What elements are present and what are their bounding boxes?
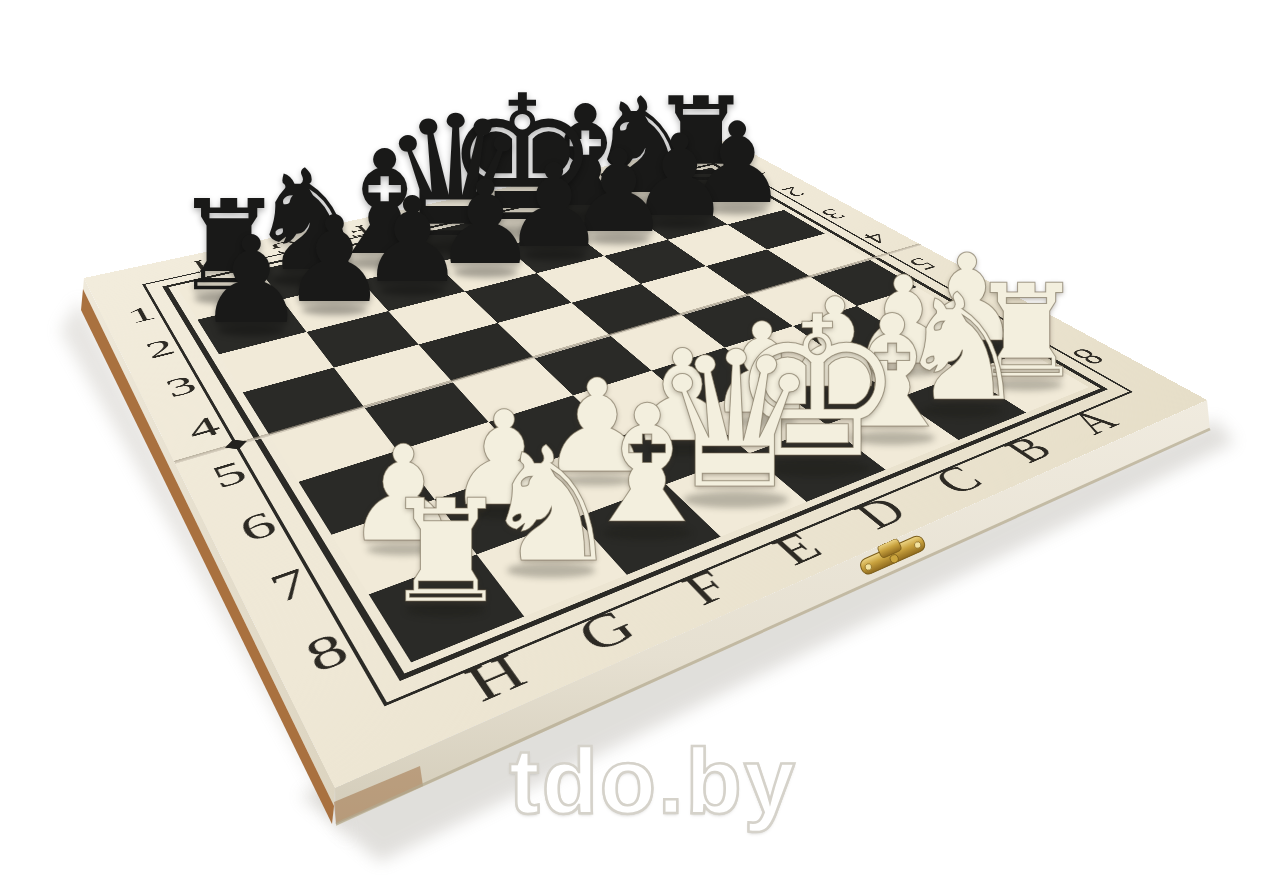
coord-label-A: A (648, 156, 686, 172)
coord-label-1: 1 (123, 301, 160, 329)
coord-label-F: F (671, 561, 742, 615)
fold-marker-diamond (225, 440, 247, 450)
coord-label-6: 6 (232, 503, 284, 550)
coord-label-4: 4 (856, 229, 896, 247)
coord-label-4: 4 (181, 409, 226, 446)
coord-label-3: 3 (814, 206, 852, 223)
coord-label-8: 8 (296, 622, 357, 683)
coord-label-G: G (266, 236, 307, 257)
coord-label-C: C (535, 180, 573, 197)
coord-label-C: C (921, 458, 994, 502)
coord-label-5: 5 (901, 254, 943, 274)
coord-label-D: D (842, 488, 919, 537)
coord-label-B: B (593, 167, 630, 183)
coord-label-2: 2 (776, 184, 812, 200)
coord-label-E: E (409, 207, 445, 225)
coord-label-H: H (455, 643, 538, 713)
coord-label-1: 1 (740, 164, 774, 179)
coord-label-F: F (342, 222, 376, 241)
coord-label-A: A (1058, 402, 1130, 441)
coord-label-H: H (188, 253, 229, 276)
coord-label-2: 2 (140, 334, 180, 364)
coord-label-B: B (993, 429, 1065, 470)
chess-set-photo: 12345678 12345678 HGFEDCBA HGFEDCBA ♜♞♝♚… (0, 0, 1280, 891)
coord-label-7: 7 (1004, 311, 1052, 335)
coord-label-E: E (761, 523, 834, 574)
coord-label-5: 5 (205, 454, 253, 496)
coord-label-G: G (566, 599, 647, 663)
coord-label-8: 8 (1063, 344, 1114, 370)
watermark: tdo.by (509, 735, 797, 827)
coord-label-3: 3 (160, 370, 202, 404)
coord-label-7: 7 (262, 559, 318, 613)
coord-label-D: D (473, 193, 513, 211)
coord-label-6: 6 (950, 281, 995, 303)
